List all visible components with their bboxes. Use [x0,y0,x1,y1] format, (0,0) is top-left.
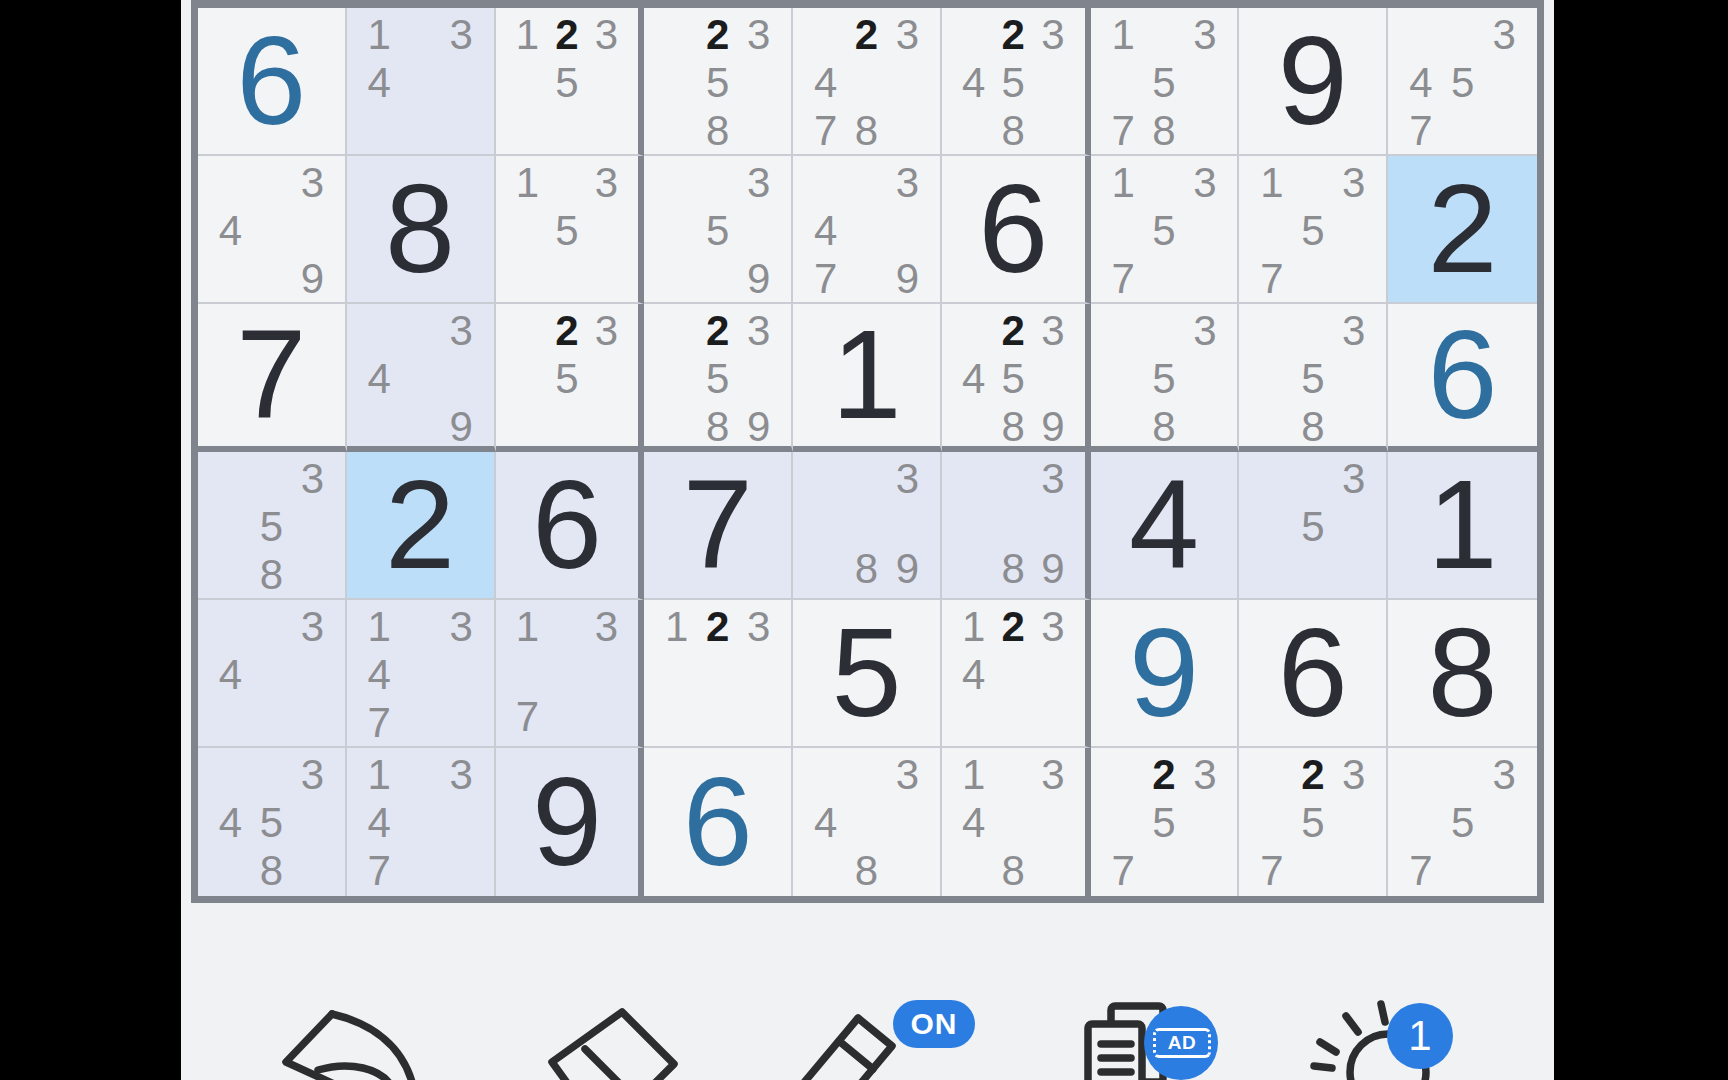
note-digit: 3 [887,455,928,503]
cell-r6c7[interactable]: 2357 [1091,748,1240,896]
cell-r3c8[interactable]: 358 [1239,304,1388,452]
note-digit: 1 [508,603,548,651]
big-digit: 9 [1091,600,1238,746]
note-digit: 2 [993,307,1033,355]
note-digit: 2 [697,11,738,59]
note-digit: 9 [887,255,928,303]
note-digit: 3 [1333,455,1374,503]
note-digit: 7 [1103,107,1144,155]
board-grid: 6134123523582347823458135789345734981353… [198,8,1537,896]
note-digit: 8 [1144,107,1185,155]
cell-r1c5[interactable]: 23478 [793,8,942,156]
note-digit: 3 [1333,751,1374,799]
screenshot-canvas: 6134123523582347823458135789345734981353… [0,0,1728,1080]
note-digit: 8 [251,847,292,895]
note-digit: 9 [292,255,333,303]
note-digit: 2 [1292,751,1333,799]
cell-r5c1[interactable]: 34 [198,600,347,748]
note-digit: 9 [1033,545,1073,593]
cell-r1c4[interactable]: 2358 [644,8,793,156]
big-digit: 9 [496,748,639,896]
cell-r3c9[interactable]: 6 [1388,304,1537,452]
big-digit: 5 [793,600,940,746]
note-digit: 3 [587,159,627,207]
cell-r4c6[interactable]: 389 [942,452,1091,600]
cell-r2c2[interactable]: 8 [347,156,496,304]
cell-r6c4[interactable]: 6 [644,748,793,896]
note-digit: 5 [1144,59,1185,107]
sudoku-board: 6134123523582347823458135789345734981353… [191,0,1544,903]
app-content-area: 6134123523582347823458135789345734981353… [181,0,1554,1080]
big-digit: 8 [1388,600,1537,746]
note-digit: 9 [738,403,779,451]
big-digit: 7 [198,304,345,446]
erase-button[interactable] [546,1003,681,1080]
notes-grid: 23458 [954,11,1073,149]
note-digit: 8 [993,847,1033,895]
note-digit: 4 [954,799,994,847]
note-digit: 7 [1400,847,1442,895]
note-digit: 5 [251,503,292,551]
cell-r5c2[interactable]: 1347 [347,600,496,748]
note-digit: 3 [1483,751,1525,799]
cell-r3c4[interactable]: 23589 [644,304,793,452]
note-digit: 8 [846,107,887,155]
cell-r5c6[interactable]: 1234 [942,600,1091,748]
cell-r5c8[interactable]: 6 [1239,600,1388,748]
notes-grid: 358 [1251,307,1374,441]
note-digit: 3 [887,159,928,207]
note-digit: 3 [738,11,779,59]
cell-r2c8[interactable]: 1357 [1239,156,1388,304]
note-digit: 2 [547,11,587,59]
notes-grid: 349 [210,159,333,297]
cell-r6c2[interactable]: 1347 [347,748,496,896]
notes-grid: 1347 [359,603,482,741]
note-digit: 3 [1483,11,1525,59]
cell-r3c1[interactable]: 7 [198,304,347,452]
notes-grid: 3479 [805,159,928,297]
note-digit: 4 [210,207,251,255]
note-digit: 5 [547,207,587,255]
note-digit: 2 [547,307,587,355]
cell-r6c5[interactable]: 348 [793,748,942,896]
cell-r6c1[interactable]: 3458 [198,748,347,896]
cell-r4c9[interactable]: 1 [1388,452,1537,600]
note-digit: 5 [1292,799,1333,847]
big-digit: 9 [1239,8,1386,154]
big-digit: 6 [942,156,1085,302]
big-digit: 6 [198,8,345,154]
cell-r2c5[interactable]: 3479 [793,156,942,304]
cell-r3c2[interactable]: 349 [347,304,496,452]
notes-grid: 349 [359,307,482,441]
cell-r4c4[interactable]: 7 [644,452,793,600]
big-digit: 6 [496,452,639,598]
cell-r2c6[interactable]: 6 [942,156,1091,304]
note-digit: 2 [1144,751,1185,799]
big-digit: 1 [793,304,940,446]
note-digit: 1 [1251,159,1292,207]
notes-grid: 389 [805,455,928,593]
cell-r6c9[interactable]: 357 [1388,748,1537,896]
notes-grid: 235 [508,307,627,441]
note-digit: 7 [1400,107,1442,155]
cell-r5c7[interactable]: 9 [1091,600,1240,748]
notes-grid: 13578 [1103,11,1226,149]
notes-grid: 134 [359,11,482,149]
big-digit: 1 [1388,452,1537,598]
note-digit: 5 [251,799,292,847]
note-digit: 3 [887,11,928,59]
notes-grid: 389 [954,455,1073,593]
note-digit: 3 [738,159,779,207]
eraser-icon [546,1003,681,1080]
note-digit: 7 [1251,847,1292,895]
note-digit: 8 [993,403,1033,451]
note-digit: 7 [508,693,548,741]
notes-grid: 1347 [359,751,482,891]
note-digit: 3 [1333,159,1374,207]
notes-grid: 34 [210,603,333,741]
note-digit: 9 [887,545,928,593]
big-digit: 7 [644,452,791,598]
note-digit: 3 [292,751,333,799]
note-digit: 5 [1292,355,1333,403]
note-digit: 5 [1144,355,1185,403]
hint-count-badge: 1 [1387,1003,1453,1069]
note-digit: 1 [954,751,994,799]
note-digit: 3 [1185,307,1226,355]
note-digit: 5 [1292,503,1333,551]
cell-r4c5[interactable]: 389 [793,452,942,600]
note-digit: 8 [846,545,887,593]
notes-grid: 348 [805,751,928,891]
note-digit: 5 [547,59,587,107]
note-digit: 4 [954,355,994,403]
cell-r1c9[interactable]: 3457 [1388,8,1537,156]
note-digit: 3 [1033,307,1073,355]
cell-r1c6[interactable]: 23458 [942,8,1091,156]
note-digit: 2 [846,11,887,59]
note-digit: 3 [292,455,333,503]
cell-r3c5[interactable]: 1 [793,304,942,452]
note-digit: 5 [697,59,738,107]
note-digit: 8 [251,551,292,599]
hint-count-text: 1 [1408,1012,1431,1060]
note-digit: 3 [1033,751,1073,799]
cell-r2c1[interactable]: 349 [198,156,347,304]
hint-button[interactable]: 1 [1301,998,1491,1080]
cell-r6c6[interactable]: 1348 [942,748,1091,896]
notes-on-badge-text: ON [911,1007,958,1041]
note-digit: 3 [1185,159,1226,207]
note-digit: 7 [805,107,846,155]
notes-grid: 2358 [656,11,779,149]
notes-grid: 35 [1251,455,1374,593]
notes-on-badge: ON [893,1000,975,1048]
cell-r4c2[interactable]: 2 [347,452,496,600]
note-digit: 2 [697,307,738,355]
note-digit: 4 [359,355,400,403]
notes-grid: 123 [656,603,779,741]
note-digit: 8 [846,847,887,895]
note-digit: 8 [697,403,738,451]
notes-button[interactable]: ON [776,993,986,1080]
note-digit: 3 [587,11,627,59]
note-digit: 3 [587,307,627,355]
note-digit: 5 [1144,207,1185,255]
note-digit: 3 [587,603,627,651]
big-digit: 8 [347,156,494,302]
cell-r5c4[interactable]: 123 [644,600,793,748]
note-digit: 1 [656,603,697,651]
big-digit: 2 [1388,156,1537,302]
note-digit: 4 [210,799,251,847]
cell-r3c7[interactable]: 358 [1091,304,1240,452]
cell-r1c3[interactable]: 1235 [496,8,645,156]
cell-r5c5[interactable]: 5 [793,600,942,748]
notes-grid: 359 [656,159,779,297]
cell-r1c2[interactable]: 134 [347,8,496,156]
note-digit: 5 [1144,799,1185,847]
note-digit: 2 [993,603,1033,651]
note-digit: 4 [805,207,846,255]
note-digit: 5 [1292,207,1333,255]
big-digit: 6 [644,748,791,896]
cell-r2c9[interactable]: 2 [1388,156,1537,304]
note-digit: 8 [1144,403,1185,451]
cell-r1c1[interactable]: 6 [198,8,347,156]
cell-r4c8[interactable]: 35 [1239,452,1388,600]
note-digit: 3 [1185,751,1226,799]
note-digit: 1 [508,11,548,59]
note-digit: 3 [738,603,779,651]
note-digit: 3 [1033,603,1073,651]
notes-grid: 23589 [656,307,779,441]
notes-grid: 358 [1103,307,1226,441]
note-digit: 7 [1251,255,1292,303]
cell-r1c7[interactable]: 13578 [1091,8,1240,156]
note-digit: 9 [738,255,779,303]
note-digit: 1 [359,603,400,651]
notes-grid: 23478 [805,11,928,149]
note-digit: 7 [1103,255,1144,303]
note-digit: 2 [697,603,738,651]
notes-grid: 3457 [1400,11,1525,149]
note-digit: 7 [359,699,400,747]
note-digit: 1 [359,751,400,799]
notes-grid: 358 [210,455,333,593]
cell-r5c9[interactable]: 8 [1388,600,1537,748]
note-digit: 1 [508,159,548,207]
note-digit: 3 [441,603,482,651]
note-digit: 4 [805,59,846,107]
note-digit: 7 [1103,847,1144,895]
note-digit: 4 [954,59,994,107]
note-digit: 1 [1103,11,1144,59]
note-digit: 8 [697,107,738,155]
note-digit: 3 [1033,455,1073,503]
cell-r4c7[interactable]: 4 [1091,452,1240,600]
notes-grid: 1235 [508,11,627,149]
note-digit: 5 [547,355,587,403]
note-digit: 8 [1292,403,1333,451]
note-digit: 3 [292,603,333,651]
note-digit: 4 [954,651,994,699]
note-digit: 5 [993,59,1033,107]
note-digit: 5 [697,355,738,403]
note-digit: 4 [210,651,251,699]
big-digit: 2 [347,452,494,598]
note-digit: 7 [805,255,846,303]
note-digit: 3 [1333,307,1374,355]
note-digit: 8 [993,545,1033,593]
undo-button[interactable] [281,1003,416,1080]
note-digit: 4 [1400,59,1442,107]
note-digit: 3 [441,307,482,355]
notes-grid: 234589 [954,307,1073,441]
cell-r2c4[interactable]: 359 [644,156,793,304]
note-digit: 1 [954,603,994,651]
note-digit: 5 [697,207,738,255]
notes-grid: 357 [1400,751,1525,891]
notes-grid: 2357 [1103,751,1226,891]
toolbar: ON AD [181,903,1554,1080]
note-digit: 5 [993,355,1033,403]
big-digit: 4 [1091,452,1238,598]
cell-r4c3[interactable]: 6 [496,452,645,600]
note-digit: 4 [359,651,400,699]
note-digit: 4 [359,799,400,847]
note-digit: 1 [359,11,400,59]
note-digit: 9 [441,403,482,451]
notes-grid: 3458 [210,751,333,891]
note-digit: 3 [441,751,482,799]
cell-r1c8[interactable]: 9 [1239,8,1388,156]
note-digit: 4 [359,59,400,107]
notes-grid: 1348 [954,751,1073,891]
note-digit: 8 [993,107,1033,155]
note-digit: 3 [1185,11,1226,59]
cell-r6c8[interactable]: 2357 [1239,748,1388,896]
cell-r2c7[interactable]: 1357 [1091,156,1240,304]
cell-r3c6[interactable]: 234589 [942,304,1091,452]
notes-grid: 1357 [1103,159,1226,297]
cell-r6c3[interactable]: 9 [496,748,645,896]
note-digit: 3 [292,159,333,207]
note-digit: 1 [1103,159,1144,207]
note-digit: 9 [1033,403,1073,451]
ad-badge: AD [1153,1028,1211,1058]
note-digit: 3 [1033,11,1073,59]
note-digit: 4 [805,799,846,847]
ad-badge-text: AD [1168,1032,1196,1054]
note-digit: 3 [887,751,928,799]
cell-r3c3[interactable]: 235 [496,304,645,452]
note-digit: 3 [738,307,779,355]
notes-grid: 137 [508,603,627,741]
notes-grid: 1234 [954,603,1073,741]
note-digit: 7 [359,847,400,895]
notes-grid: 1357 [1251,159,1374,297]
cell-r5c3[interactable]: 137 [496,600,645,748]
note-digit: 5 [1442,799,1484,847]
fill-notes-button[interactable]: AD [1071,998,1261,1080]
note-digit: 5 [1442,59,1484,107]
notes-grid: 135 [508,159,627,297]
note-digit: 3 [441,11,482,59]
note-digit: 2 [993,11,1033,59]
undo-icon [281,1003,416,1080]
cell-r4c1[interactable]: 358 [198,452,347,600]
big-digit: 6 [1239,600,1386,746]
notes-grid: 2357 [1251,751,1374,891]
cell-r2c3[interactable]: 135 [496,156,645,304]
big-digit: 6 [1388,304,1537,446]
